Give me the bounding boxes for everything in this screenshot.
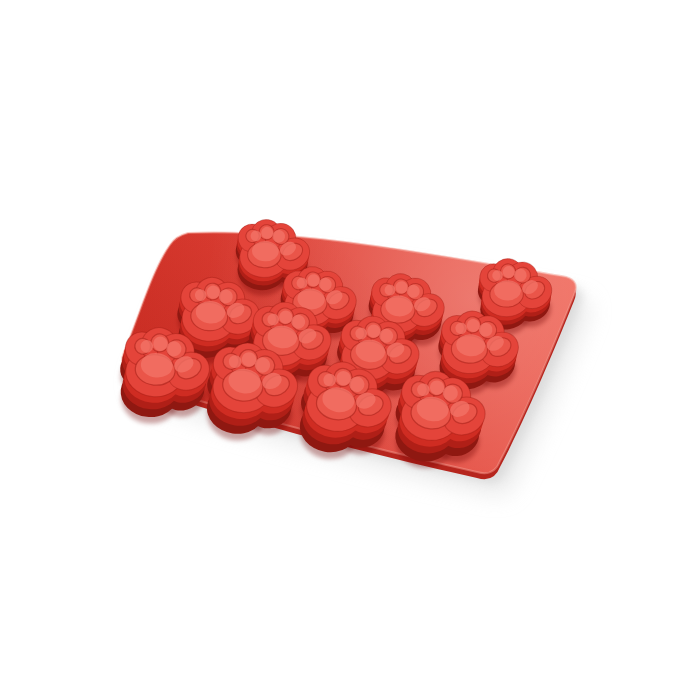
product-photo-stage xyxy=(0,0,700,700)
paw-mold-product-photo xyxy=(0,0,700,700)
pad-heel-pad xyxy=(494,280,521,300)
